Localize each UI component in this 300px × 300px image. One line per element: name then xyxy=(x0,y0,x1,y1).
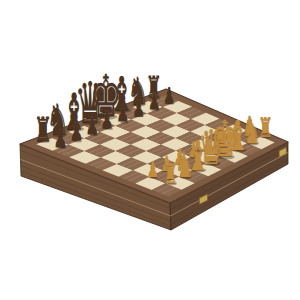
piece-shadow xyxy=(247,142,259,145)
chess-set-photo: ♜♞♝♛♚♝♞♜♟♟♟♟♟♟♟♟♟♟♟♟♟♟♟♟♜♞♝♛♚♝♞♜ xyxy=(0,0,300,300)
piece-shadow xyxy=(115,108,131,113)
piece-shadow xyxy=(89,134,97,136)
piece-shadow xyxy=(120,121,128,123)
piece-shadow xyxy=(67,127,84,132)
piece-shadow xyxy=(178,163,185,165)
piece-shadow xyxy=(206,150,213,152)
piece-shadow xyxy=(133,102,146,106)
piece-shadow xyxy=(164,170,171,172)
piece-shadow xyxy=(233,137,240,139)
piece-shadow xyxy=(150,177,157,179)
piece-shadow xyxy=(152,109,160,111)
piece-shadow xyxy=(38,140,49,143)
piece-shadow xyxy=(53,133,67,137)
piece-shadow xyxy=(168,182,177,185)
piece-shadow xyxy=(205,161,221,166)
piece-shadow xyxy=(150,97,160,100)
piece-shadow xyxy=(220,143,227,145)
piece-shadow xyxy=(136,115,144,117)
piece-shadow xyxy=(192,157,199,159)
piece-shadow xyxy=(167,103,175,105)
piece-shadow xyxy=(180,175,192,178)
piece-shadow xyxy=(247,130,254,132)
piece-shadow xyxy=(192,168,206,172)
piece-shadow xyxy=(233,148,247,152)
piece-shadow xyxy=(262,135,271,138)
piece-shadow xyxy=(74,140,82,142)
piece-shadow xyxy=(98,114,118,120)
piece-shadow xyxy=(82,120,101,126)
piece-shadow xyxy=(58,146,67,149)
chess-board xyxy=(0,0,300,300)
piece-shadow xyxy=(105,128,113,130)
piece-shadow xyxy=(218,154,235,159)
